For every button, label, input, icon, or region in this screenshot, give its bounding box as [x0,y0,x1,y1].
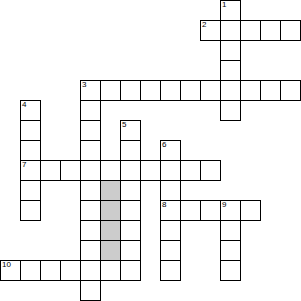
answer-cell[interactable] [20,140,41,161]
answer-cell[interactable] [220,20,241,41]
clue-number: 9 [222,201,226,209]
crossword-board: 12345678910 [0,0,301,301]
answer-cell[interactable] [200,200,221,221]
clue-number: 8 [162,201,166,209]
shaded-answer-cell[interactable] [100,240,121,261]
clue-number: 2 [202,21,206,29]
answer-cell[interactable] [80,140,101,161]
answer-cell[interactable] [120,180,141,201]
answer-cell[interactable] [240,20,261,41]
answer-cell[interactable] [40,260,61,281]
answer-cell[interactable] [240,200,261,221]
shaded-answer-cell[interactable] [100,220,121,241]
shaded-answer-cell[interactable] [100,200,121,221]
answer-cell[interactable] [20,120,41,141]
answer-cell[interactable] [100,260,121,281]
answer-cell[interactable] [80,180,101,201]
answer-cell[interactable] [160,240,181,261]
answer-cell[interactable] [120,240,141,261]
answer-cell[interactable] [100,160,121,181]
answer-cell[interactable] [220,60,241,81]
answer-cell[interactable] [220,100,241,121]
clue-number: 10 [2,261,11,269]
shaded-answer-cell[interactable] [100,180,121,201]
answer-cell[interactable] [160,260,181,281]
clue-number: 7 [22,161,26,169]
answer-cell[interactable] [220,220,241,241]
answer-cell[interactable] [80,220,101,241]
answer-cell[interactable] [260,20,281,41]
answer-cell[interactable] [140,80,161,101]
answer-cell[interactable] [80,100,101,121]
answer-cell[interactable] [200,160,221,181]
answer-cell[interactable] [120,160,141,181]
answer-cell[interactable] [80,280,101,301]
clue-number: 4 [22,101,26,109]
answer-cell[interactable] [220,40,241,61]
answer-cell[interactable] [20,200,41,221]
answer-cell[interactable] [80,200,101,221]
answer-cell[interactable] [60,160,81,181]
answer-cell[interactable] [60,260,81,281]
answer-cell[interactable] [160,160,181,181]
answer-cell[interactable] [140,160,161,181]
answer-cell[interactable] [20,260,41,281]
answer-cell[interactable] [120,260,141,281]
clue-number: 3 [82,81,86,89]
answer-cell[interactable] [20,180,41,201]
answer-cell[interactable] [80,120,101,141]
answer-cell[interactable] [120,220,141,241]
answer-cell[interactable] [220,260,241,281]
answer-cell[interactable] [220,240,241,261]
answer-cell[interactable] [80,160,101,181]
answer-cell[interactable] [200,80,221,101]
clue-number: 5 [122,121,126,129]
answer-cell[interactable] [120,200,141,221]
clue-number: 1 [222,1,226,9]
answer-cell[interactable] [160,180,181,201]
answer-cell[interactable] [120,80,141,101]
clue-number: 6 [162,141,166,149]
answer-cell[interactable] [80,260,101,281]
answer-cell[interactable] [280,20,301,41]
answer-cell[interactable] [260,80,281,101]
answer-cell[interactable] [180,200,201,221]
answer-cell[interactable] [160,80,181,101]
answer-cell[interactable] [100,80,121,101]
answer-cell[interactable] [240,80,261,101]
answer-cell[interactable] [160,220,181,241]
answer-cell[interactable] [80,240,101,261]
answer-cell[interactable] [220,80,241,101]
answer-cell[interactable] [280,80,301,101]
answer-cell[interactable] [40,160,61,181]
answer-cell[interactable] [120,140,141,161]
answer-cell[interactable] [180,160,201,181]
answer-cell[interactable] [180,80,201,101]
